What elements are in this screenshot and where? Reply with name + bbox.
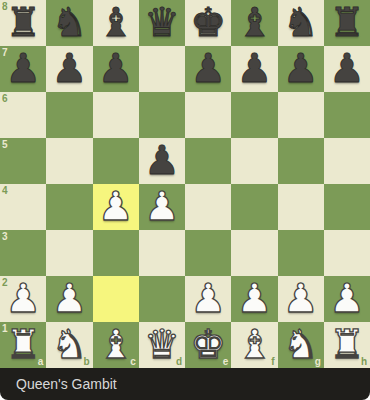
square-g7[interactable]: ♟ <box>278 46 324 92</box>
square-a2[interactable]: 2♟ <box>0 276 46 322</box>
opening-name-bar: Queen's Gambit <box>0 368 370 400</box>
chess-board[interactable]: 8♜♞♝♛♚♝♞♜7♟♟♟♟♟♟♟65♟4♟♟32♟♟♟♟♟♟1a♜b♞c♝d♛… <box>0 0 370 368</box>
square-e1[interactable]: e♚ <box>185 322 231 368</box>
square-b7[interactable]: ♟ <box>46 46 92 92</box>
piece-black-knight[interactable]: ♞ <box>51 0 87 45</box>
square-g3[interactable] <box>278 230 324 276</box>
square-a4[interactable]: 4 <box>0 184 46 230</box>
square-b3[interactable] <box>46 230 92 276</box>
piece-white-pawn[interactable]: ♟ <box>5 275 41 321</box>
square-e2[interactable]: ♟ <box>185 276 231 322</box>
square-b1[interactable]: b♞ <box>46 322 92 368</box>
piece-white-knight[interactable]: ♞ <box>51 321 87 367</box>
square-g2[interactable]: ♟ <box>278 276 324 322</box>
square-a8[interactable]: 8♜ <box>0 0 46 46</box>
piece-white-bishop[interactable]: ♝ <box>236 321 272 367</box>
square-h5[interactable] <box>324 138 370 184</box>
square-a7[interactable]: 7♟ <box>0 46 46 92</box>
square-c1[interactable]: c♝ <box>93 322 139 368</box>
square-b8[interactable]: ♞ <box>46 0 92 46</box>
piece-black-queen[interactable]: ♛ <box>144 0 180 45</box>
square-d7[interactable] <box>139 46 185 92</box>
square-g8[interactable]: ♞ <box>278 0 324 46</box>
square-b6[interactable] <box>46 92 92 138</box>
piece-white-pawn[interactable]: ♟ <box>51 275 87 321</box>
square-e5[interactable] <box>185 138 231 184</box>
square-g1[interactable]: g♞ <box>278 322 324 368</box>
square-c8[interactable]: ♝ <box>93 0 139 46</box>
square-c7[interactable]: ♟ <box>93 46 139 92</box>
piece-black-pawn[interactable]: ♟ <box>329 45 365 91</box>
square-f1[interactable]: f♝ <box>231 322 277 368</box>
square-b5[interactable] <box>46 138 92 184</box>
piece-white-pawn[interactable]: ♟ <box>98 183 134 229</box>
square-f4[interactable] <box>231 184 277 230</box>
square-f8[interactable]: ♝ <box>231 0 277 46</box>
square-g5[interactable] <box>278 138 324 184</box>
square-h8[interactable]: ♜ <box>324 0 370 46</box>
square-c2[interactable] <box>93 276 139 322</box>
square-g4[interactable] <box>278 184 324 230</box>
square-d1[interactable]: d♛ <box>139 322 185 368</box>
square-f7[interactable]: ♟ <box>231 46 277 92</box>
square-e3[interactable] <box>185 230 231 276</box>
square-b4[interactable] <box>46 184 92 230</box>
square-a6[interactable]: 6 <box>0 92 46 138</box>
piece-black-bishop[interactable]: ♝ <box>98 0 134 45</box>
square-e7[interactable]: ♟ <box>185 46 231 92</box>
piece-black-bishop[interactable]: ♝ <box>236 0 272 45</box>
square-b2[interactable]: ♟ <box>46 276 92 322</box>
piece-black-pawn[interactable]: ♟ <box>5 45 41 91</box>
piece-white-pawn[interactable]: ♟ <box>236 275 272 321</box>
square-e4[interactable] <box>185 184 231 230</box>
square-f3[interactable] <box>231 230 277 276</box>
piece-black-pawn[interactable]: ♟ <box>98 45 134 91</box>
opening-name: Queen's Gambit <box>16 376 117 392</box>
square-h3[interactable] <box>324 230 370 276</box>
square-h1[interactable]: h♜ <box>324 322 370 368</box>
square-g6[interactable] <box>278 92 324 138</box>
piece-black-king[interactable]: ♚ <box>190 0 226 45</box>
square-e8[interactable]: ♚ <box>185 0 231 46</box>
square-a5[interactable]: 5 <box>0 138 46 184</box>
square-d8[interactable]: ♛ <box>139 0 185 46</box>
piece-white-pawn[interactable]: ♟ <box>190 275 226 321</box>
piece-black-knight[interactable]: ♞ <box>283 0 319 45</box>
square-d3[interactable] <box>139 230 185 276</box>
chess-app-screen: 8♜♞♝♛♚♝♞♜7♟♟♟♟♟♟♟65♟4♟♟32♟♟♟♟♟♟1a♜b♞c♝d♛… <box>0 0 370 400</box>
piece-white-pawn[interactable]: ♟ <box>283 275 319 321</box>
square-h2[interactable]: ♟ <box>324 276 370 322</box>
piece-black-pawn[interactable]: ♟ <box>190 45 226 91</box>
piece-white-rook[interactable]: ♜ <box>5 321 41 367</box>
piece-white-pawn[interactable]: ♟ <box>329 275 365 321</box>
piece-white-queen[interactable]: ♛ <box>144 321 180 367</box>
piece-black-pawn[interactable]: ♟ <box>51 45 87 91</box>
piece-white-bishop[interactable]: ♝ <box>98 321 134 367</box>
rank-label-3: 3 <box>2 232 8 242</box>
square-c5[interactable] <box>93 138 139 184</box>
square-a3[interactable]: 3 <box>0 230 46 276</box>
square-e6[interactable] <box>185 92 231 138</box>
piece-white-pawn[interactable]: ♟ <box>144 183 180 229</box>
piece-white-rook[interactable]: ♜ <box>329 321 365 367</box>
piece-black-rook[interactable]: ♜ <box>329 0 365 45</box>
square-c6[interactable] <box>93 92 139 138</box>
square-f6[interactable] <box>231 92 277 138</box>
piece-black-pawn[interactable]: ♟ <box>236 45 272 91</box>
square-d6[interactable] <box>139 92 185 138</box>
piece-white-king[interactable]: ♚ <box>190 321 226 367</box>
piece-white-knight[interactable]: ♞ <box>283 321 319 367</box>
square-f5[interactable] <box>231 138 277 184</box>
square-d5[interactable]: ♟ <box>139 138 185 184</box>
piece-black-pawn[interactable]: ♟ <box>144 137 180 183</box>
square-d2[interactable] <box>139 276 185 322</box>
square-d4[interactable]: ♟ <box>139 184 185 230</box>
square-h4[interactable] <box>324 184 370 230</box>
rank-label-5: 5 <box>2 140 8 150</box>
square-f2[interactable]: ♟ <box>231 276 277 322</box>
square-h7[interactable]: ♟ <box>324 46 370 92</box>
square-h6[interactable] <box>324 92 370 138</box>
square-c4[interactable]: ♟ <box>93 184 139 230</box>
rank-label-6: 6 <box>2 94 8 104</box>
piece-black-pawn[interactable]: ♟ <box>283 45 319 91</box>
square-c3[interactable] <box>93 230 139 276</box>
rank-label-4: 4 <box>2 186 8 196</box>
square-a1[interactable]: 1a♜ <box>0 322 46 368</box>
piece-black-rook[interactable]: ♜ <box>5 0 41 45</box>
